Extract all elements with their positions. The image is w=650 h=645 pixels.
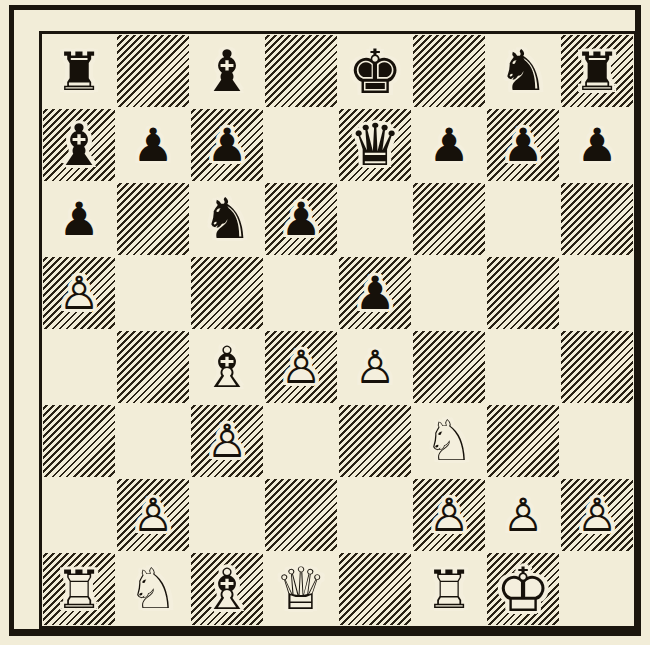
white-rook-piece: ♜♖ [42, 552, 116, 626]
square-d3[interactable] [264, 404, 338, 478]
piece-glyph: ♟ [42, 182, 116, 256]
piece-glyph: ♘ [116, 552, 190, 626]
white-king-piece: ♚♔ [486, 552, 560, 626]
black-rook-piece: ♜♜ [42, 34, 116, 108]
white-knight-piece: ♞♘ [412, 404, 486, 478]
square-g7[interactable]: ♟♟ [486, 108, 560, 182]
white-pawn-piece: ♟♙ [42, 256, 116, 330]
white-rook-piece: ♜♖ [412, 552, 486, 626]
square-h6[interactable] [560, 182, 634, 256]
piece-glyph: ♟ [560, 108, 634, 182]
piece-glyph: ♞ [190, 182, 264, 256]
black-bishop-piece: ♝♝ [190, 34, 264, 108]
piece-glyph: ♖ [42, 552, 116, 626]
piece-glyph: ♙ [338, 330, 412, 404]
square-c2[interactable] [190, 478, 264, 552]
piece-glyph: ♜ [560, 34, 634, 108]
square-e1[interactable] [338, 552, 412, 626]
square-d5[interactable] [264, 256, 338, 330]
square-d6[interactable]: ♟♟ [264, 182, 338, 256]
piece-glyph: ♙ [412, 478, 486, 552]
square-b6[interactable] [116, 182, 190, 256]
black-pawn-piece: ♟♟ [412, 108, 486, 182]
square-a5[interactable]: ♟♙ [42, 256, 116, 330]
square-e5[interactable]: ♟♟ [338, 256, 412, 330]
square-g6[interactable] [486, 182, 560, 256]
piece-glyph: ♟ [116, 108, 190, 182]
black-pawn-piece: ♟♟ [560, 108, 634, 182]
black-pawn-piece: ♟♟ [190, 108, 264, 182]
square-g4[interactable] [486, 330, 560, 404]
square-a1[interactable]: ♜♖ [42, 552, 116, 626]
square-f3[interactable]: ♞♘ [412, 404, 486, 478]
square-g5[interactable] [486, 256, 560, 330]
square-e2[interactable] [338, 478, 412, 552]
piece-glyph: ♜ [42, 34, 116, 108]
white-pawn-piece: ♟♙ [116, 478, 190, 552]
black-pawn-piece: ♟♟ [264, 182, 338, 256]
square-g1[interactable]: ♚♔ [486, 552, 560, 626]
square-f6[interactable] [412, 182, 486, 256]
square-c6[interactable]: ♞♞ [190, 182, 264, 256]
square-b4[interactable] [116, 330, 190, 404]
black-king-piece: ♚♚ [338, 34, 412, 108]
square-c7[interactable]: ♟♟ [190, 108, 264, 182]
square-d2[interactable] [264, 478, 338, 552]
square-b3[interactable] [116, 404, 190, 478]
board: ♜♜♝♝♚♚♞♞♜♜♝♝♟♟♟♟♛♛♟♟♟♟♟♟♟♟♞♞♟♟♟♙♟♟♝♗♟♙♟♙… [42, 34, 634, 626]
square-g3[interactable] [486, 404, 560, 478]
black-pawn-piece: ♟♟ [486, 108, 560, 182]
square-g2[interactable]: ♟♙ [486, 478, 560, 552]
square-b1[interactable]: ♞♘ [116, 552, 190, 626]
square-e8[interactable]: ♚♚ [338, 34, 412, 108]
white-pawn-piece: ♟♙ [264, 330, 338, 404]
piece-glyph: ♘ [412, 404, 486, 478]
piece-glyph: ♙ [42, 256, 116, 330]
square-h7[interactable]: ♟♟ [560, 108, 634, 182]
square-g8[interactable]: ♞♞ [486, 34, 560, 108]
square-f8[interactable] [412, 34, 486, 108]
piece-glyph: ♟ [264, 182, 338, 256]
square-e7[interactable]: ♛♛ [338, 108, 412, 182]
square-c8[interactable]: ♝♝ [190, 34, 264, 108]
black-pawn-piece: ♟♟ [338, 256, 412, 330]
square-d4[interactable]: ♟♙ [264, 330, 338, 404]
square-h1[interactable] [560, 552, 634, 626]
piece-glyph: ♚ [338, 34, 412, 108]
piece-glyph: ♙ [486, 478, 560, 552]
piece-glyph: ♟ [190, 108, 264, 182]
piece-glyph: ♔ [486, 552, 560, 626]
black-pawn-piece: ♟♟ [42, 182, 116, 256]
piece-glyph: ♝ [190, 34, 264, 108]
square-b5[interactable] [116, 256, 190, 330]
square-f7[interactable]: ♟♟ [412, 108, 486, 182]
square-a3[interactable] [42, 404, 116, 478]
square-a8[interactable]: ♜♜ [42, 34, 116, 108]
square-h5[interactable] [560, 256, 634, 330]
square-d8[interactable] [264, 34, 338, 108]
white-bishop-piece: ♝♗ [190, 330, 264, 404]
black-queen-piece: ♛♛ [338, 108, 412, 182]
black-pawn-piece: ♟♟ [116, 108, 190, 182]
piece-glyph: ♗ [190, 552, 264, 626]
square-d1[interactable]: ♛♕ [264, 552, 338, 626]
square-h3[interactable] [560, 404, 634, 478]
square-b2[interactable]: ♟♙ [116, 478, 190, 552]
square-d7[interactable] [264, 108, 338, 182]
square-b8[interactable] [116, 34, 190, 108]
square-c5[interactable] [190, 256, 264, 330]
square-f4[interactable] [412, 330, 486, 404]
square-h8[interactable]: ♜♜ [560, 34, 634, 108]
piece-glyph: ♕ [264, 552, 338, 626]
piece-glyph: ♙ [560, 478, 634, 552]
square-h2[interactable]: ♟♙ [560, 478, 634, 552]
square-b7[interactable]: ♟♟ [116, 108, 190, 182]
square-a7[interactable]: ♝♝ [42, 108, 116, 182]
square-e6[interactable] [338, 182, 412, 256]
square-f5[interactable] [412, 256, 486, 330]
piece-glyph: ♙ [264, 330, 338, 404]
square-a4[interactable] [42, 330, 116, 404]
black-knight-piece: ♞♞ [190, 182, 264, 256]
outer-frame: ♜♜♝♝♚♚♞♞♜♜♝♝♟♟♟♟♛♛♟♟♟♟♟♟♟♟♞♞♟♟♟♙♟♟♝♗♟♙♟♙… [9, 5, 641, 636]
square-f1[interactable]: ♜♖ [412, 552, 486, 626]
square-f2[interactable]: ♟♙ [412, 478, 486, 552]
piece-glyph: ♟ [338, 256, 412, 330]
board-border: ♜♜♝♝♚♚♞♞♜♜♝♝♟♟♟♟♛♛♟♟♟♟♟♟♟♟♞♞♟♟♟♙♟♟♝♗♟♙♟♙… [39, 31, 637, 629]
square-c3[interactable]: ♟♙ [190, 404, 264, 478]
square-a6[interactable]: ♟♟ [42, 182, 116, 256]
piece-glyph: ♟ [412, 108, 486, 182]
white-pawn-piece: ♟♙ [412, 478, 486, 552]
white-knight-piece: ♞♘ [116, 552, 190, 626]
white-pawn-piece: ♟♙ [190, 404, 264, 478]
black-rook-piece: ♜♜ [560, 34, 634, 108]
white-queen-piece: ♛♕ [264, 552, 338, 626]
piece-glyph: ♙ [116, 478, 190, 552]
square-c1[interactable]: ♝♗ [190, 552, 264, 626]
white-pawn-piece: ♟♙ [486, 478, 560, 552]
black-bishop-piece: ♝♝ [42, 108, 116, 182]
piece-glyph: ♝ [42, 108, 116, 182]
white-bishop-piece: ♝♗ [190, 552, 264, 626]
square-a2[interactable] [42, 478, 116, 552]
square-e3[interactable] [338, 404, 412, 478]
piece-glyph: ♟ [486, 108, 560, 182]
piece-glyph: ♙ [190, 404, 264, 478]
square-h4[interactable] [560, 330, 634, 404]
square-e4[interactable]: ♟♙ [338, 330, 412, 404]
piece-glyph: ♛ [338, 108, 412, 182]
white-pawn-piece: ♟♙ [560, 478, 634, 552]
white-pawn-piece: ♟♙ [338, 330, 412, 404]
piece-glyph: ♗ [190, 330, 264, 404]
piece-glyph: ♖ [412, 552, 486, 626]
black-knight-piece: ♞♞ [486, 34, 560, 108]
piece-glyph: ♞ [486, 34, 560, 108]
square-c4[interactable]: ♝♗ [190, 330, 264, 404]
